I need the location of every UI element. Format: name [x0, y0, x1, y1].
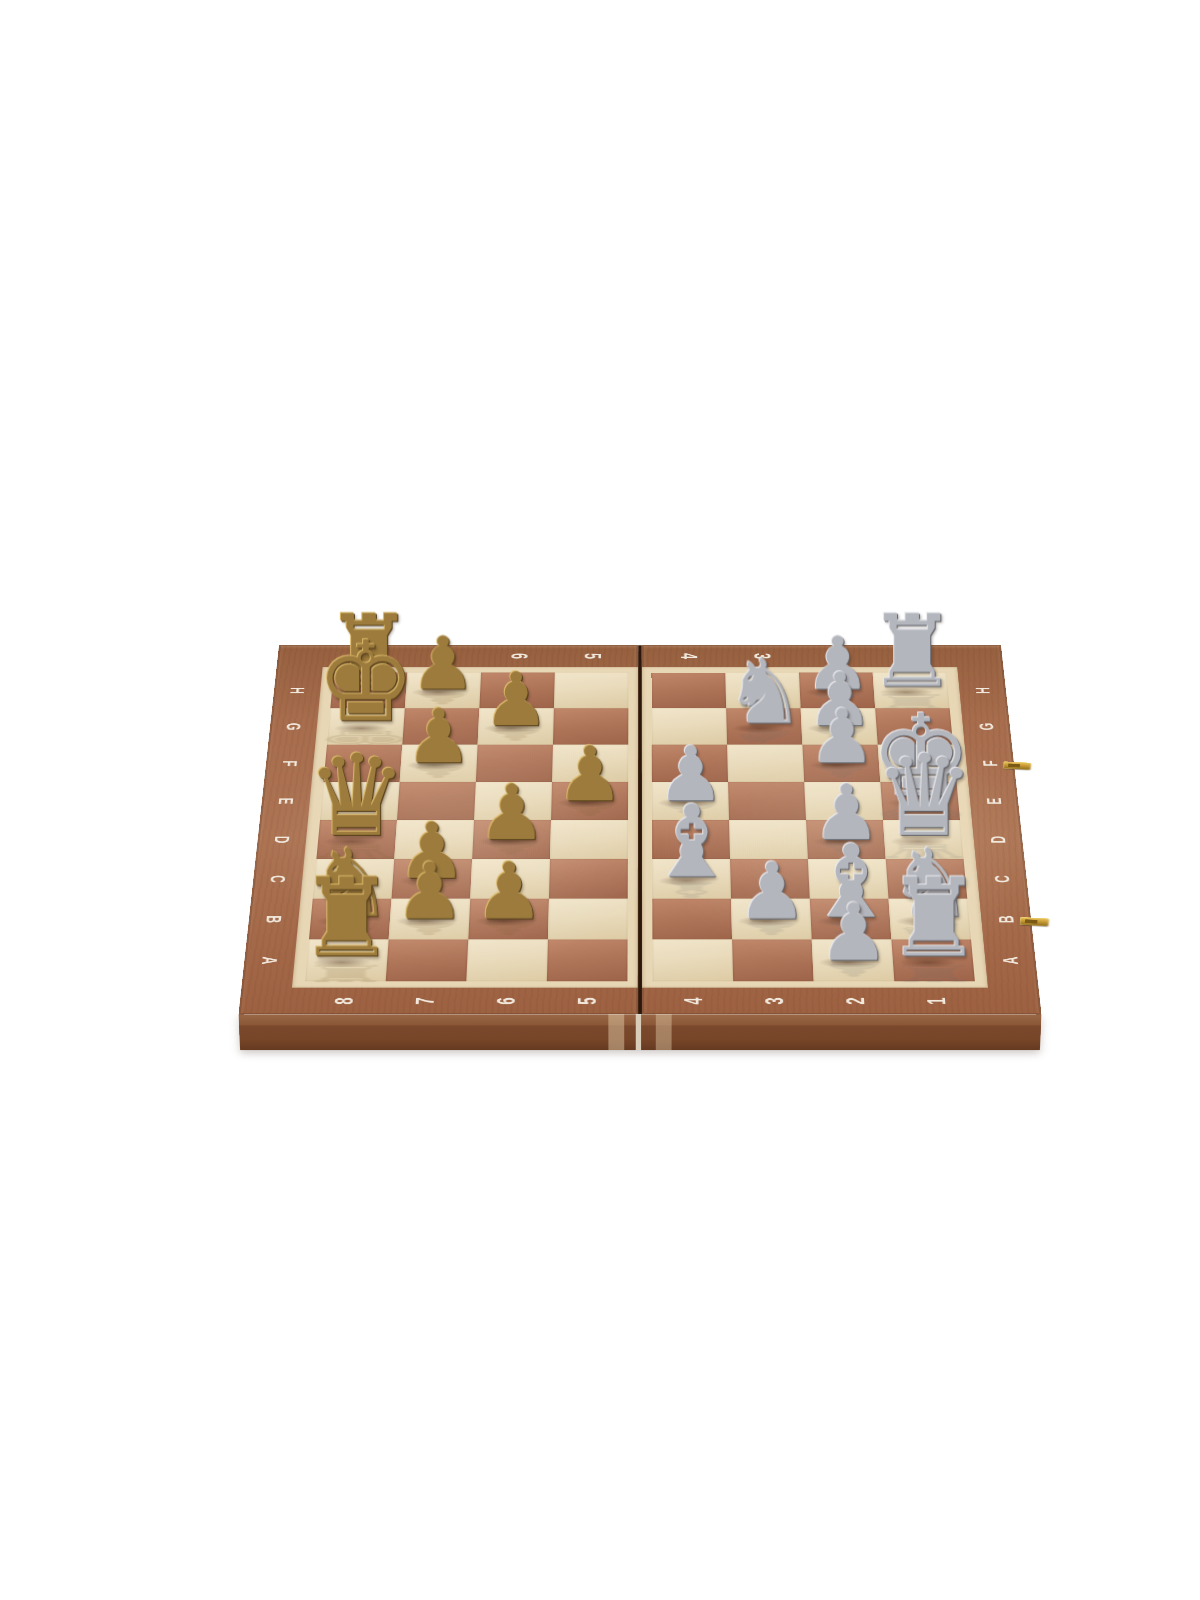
- file-label-right-e: E: [979, 794, 1008, 808]
- rank-label-far-5: 5: [578, 650, 605, 663]
- rank-label-near-8: 8: [328, 993, 359, 1009]
- rank-label-near-3: 3: [759, 993, 789, 1009]
- rank-label-near-1: 1: [921, 993, 952, 1009]
- square-a4[interactable]: [652, 939, 733, 981]
- square-b3[interactable]: ♟♟: [731, 899, 812, 940]
- file-label-right-a: A: [995, 953, 1026, 968]
- square-d5[interactable]: [550, 820, 628, 859]
- black-king-g8[interactable]: ♚: [316, 632, 416, 734]
- square-h5[interactable]: [554, 673, 629, 709]
- file-label-right-c: C: [987, 872, 1017, 886]
- file-label-right-h: H: [969, 684, 997, 697]
- black-pawn-b6[interactable]: ♟: [473, 856, 543, 928]
- square-g3[interactable]: ♞♞: [726, 708, 802, 744]
- square-c5[interactable]: [549, 859, 628, 899]
- square-a8[interactable]: ♜♜: [305, 939, 389, 981]
- white-knight-g3[interactable]: ♞: [724, 652, 804, 735]
- square-a7[interactable]: [386, 939, 469, 981]
- rank-label-near-2: 2: [840, 993, 870, 1009]
- square-b7[interactable]: ♟♟: [389, 899, 471, 940]
- product-photo-scene: ♜♜♟♟♚♚♟♟♟♟♟♟♛♛♟♟♟♟♞♞♟♟♟♟♜♜HGFEDCBA887766…: [0, 0, 1200, 1600]
- brass-clasp-1[interactable]: [1003, 761, 1031, 770]
- rank-label-near-7: 7: [410, 993, 440, 1009]
- rank-label-near-6: 6: [491, 993, 521, 1009]
- playing-area-left: ♜♜♟♟♚♚♟♟♟♟♟♟♛♛♟♟♟♟♞♞♟♟♟♟♜♜: [305, 673, 628, 982]
- square-b6[interactable]: ♟♟: [468, 899, 549, 940]
- square-g6[interactable]: ♟♟: [478, 708, 554, 744]
- file-label-left-e: E: [271, 794, 300, 808]
- file-label-right-g: G: [972, 720, 1001, 733]
- white-pawn-a2[interactable]: ♟: [818, 896, 889, 969]
- square-e3[interactable]: [728, 782, 806, 820]
- board-half-right: ♟♟♜♜♞♞♟♟♟♟♟♟♚♚♟♟♛♛♝♝♟♟♝♝♞♞♟♟♜♜HGFEDCBA44…: [642, 645, 1041, 1014]
- square-a6[interactable]: [466, 939, 548, 981]
- hinge-fold-gap: [638, 645, 642, 1014]
- black-pawn-g6[interactable]: ♟: [482, 666, 548, 734]
- board-half-left: ♜♜♟♟♚♚♟♟♟♟♟♟♛♛♟♟♟♟♞♞♟♟♟♟♜♜HGFEDCBA887766…: [239, 645, 638, 1014]
- file-label-right-d: D: [983, 832, 1013, 846]
- file-label-left-d: D: [267, 832, 297, 846]
- white-pawn-f2[interactable]: ♟: [808, 702, 875, 771]
- file-label-right-f: F: [976, 756, 1005, 770]
- square-a1[interactable]: ♜♜: [891, 939, 975, 981]
- square-f7[interactable]: ♟♟: [400, 745, 478, 782]
- black-pawn-e5[interactable]: ♟: [556, 739, 624, 809]
- square-e5[interactable]: ♟♟: [551, 782, 628, 820]
- file-label-right-b: B: [991, 912, 1021, 927]
- rank-label-near-4: 4: [678, 993, 708, 1009]
- file-label-left-f: F: [275, 756, 304, 770]
- black-rook-a8[interactable]: ♜: [298, 869, 395, 969]
- black-pawn-f7[interactable]: ♟: [405, 702, 472, 771]
- board-near-side-face: [239, 1014, 1042, 1050]
- white-bishop-c4[interactable]: ♝: [647, 795, 737, 887]
- black-pawn-b7[interactable]: ♟: [394, 856, 464, 928]
- square-a5[interactable]: [547, 939, 628, 981]
- file-label-left-c: C: [263, 872, 293, 886]
- playing-area-right: ♟♟♜♜♞♞♟♟♟♟♟♟♚♚♟♟♛♛♝♝♟♟♝♝♞♞♟♟♜♜: [651, 673, 974, 982]
- white-rook-h1[interactable]: ♜: [867, 606, 957, 698]
- black-pawn-d6[interactable]: ♟: [477, 777, 546, 847]
- square-a2[interactable]: ♟♟: [812, 939, 895, 981]
- square-c4[interactable]: ♝♝: [652, 859, 731, 899]
- rank-label-far-4: 4: [675, 650, 702, 663]
- white-rook-a1[interactable]: ♜: [885, 869, 982, 969]
- square-f3[interactable]: [727, 745, 804, 782]
- file-label-left-b: B: [259, 912, 289, 927]
- chessboard: ♜♜♟♟♚♚♟♟♟♟♟♟♛♛♟♟♟♟♞♞♟♟♟♟♜♜HGFEDCBA887766…: [239, 645, 1042, 1014]
- file-label-left-a: A: [254, 953, 285, 968]
- black-pawn-h7[interactable]: ♟: [410, 631, 476, 698]
- rank-label-near-5: 5: [572, 993, 602, 1009]
- square-a3[interactable]: [732, 939, 814, 981]
- file-label-left-g: G: [279, 720, 308, 733]
- square-h4[interactable]: [651, 673, 726, 709]
- white-pawn-b3[interactable]: ♟: [736, 856, 806, 928]
- brass-clasp-2[interactable]: [1019, 917, 1049, 926]
- file-label-left-h: H: [283, 684, 311, 697]
